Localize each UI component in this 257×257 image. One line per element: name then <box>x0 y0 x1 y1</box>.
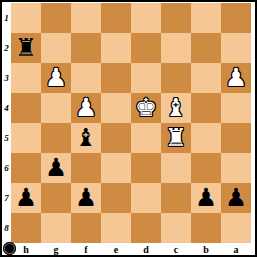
square-a4[interactable] <box>221 93 251 123</box>
square-e1[interactable] <box>101 3 131 33</box>
rank-label-3: 3 <box>2 63 11 93</box>
file-label-d: d <box>131 243 161 255</box>
white-bishop-c4[interactable]: ♝ <box>165 93 187 123</box>
square-f4[interactable]: ♟ <box>71 93 101 123</box>
square-d2[interactable] <box>131 33 161 63</box>
square-h1[interactable] <box>11 3 41 33</box>
square-g5[interactable] <box>41 123 71 153</box>
square-b7[interactable]: ♟ <box>191 183 221 213</box>
square-h4[interactable] <box>11 93 41 123</box>
square-a3[interactable]: ♟ <box>221 63 251 93</box>
file-label-e: e <box>101 243 131 255</box>
chess-board[interactable]: ♜♟♟♟♚♝♝♜♟♟♟♟♟ <box>11 3 251 243</box>
square-f7[interactable]: ♟ <box>71 183 101 213</box>
square-g2[interactable] <box>41 33 71 63</box>
rank-label-5: 5 <box>2 123 11 153</box>
square-h2[interactable]: ♜ <box>11 33 41 63</box>
square-c5[interactable]: ♜ <box>161 123 191 153</box>
square-e4[interactable] <box>101 93 131 123</box>
square-b5[interactable] <box>191 123 221 153</box>
square-a5[interactable] <box>221 123 251 153</box>
square-d7[interactable] <box>131 183 161 213</box>
chess-board-panel: 12345678 ♜♟♟♟♚♝♝♜♟♟♟♟♟ hgfedcba <box>0 0 257 257</box>
square-c6[interactable] <box>161 153 191 183</box>
square-g4[interactable] <box>41 93 71 123</box>
rank-label-1: 1 <box>2 3 11 33</box>
square-f6[interactable] <box>71 153 101 183</box>
white-rook-c5[interactable]: ♜ <box>165 123 187 153</box>
rank-label-7: 7 <box>2 183 11 213</box>
file-labels: hgfedcba <box>11 243 251 255</box>
square-a6[interactable] <box>221 153 251 183</box>
white-pawn-f4[interactable]: ♟ <box>75 93 97 123</box>
file-label-c: c <box>161 243 191 255</box>
square-b4[interactable] <box>191 93 221 123</box>
square-g7[interactable] <box>41 183 71 213</box>
file-label-b: b <box>191 243 221 255</box>
square-d8[interactable] <box>131 213 161 243</box>
rank-label-4: 4 <box>2 93 11 123</box>
square-b3[interactable] <box>191 63 221 93</box>
black-pawn-g6[interactable]: ♟ <box>45 153 67 183</box>
square-c4[interactable]: ♝ <box>161 93 191 123</box>
white-pawn-g3[interactable]: ♟ <box>45 63 67 93</box>
square-d4[interactable]: ♚ <box>131 93 161 123</box>
square-g1[interactable] <box>41 3 71 33</box>
square-e8[interactable] <box>101 213 131 243</box>
square-e3[interactable] <box>101 63 131 93</box>
square-a7[interactable]: ♟ <box>221 183 251 213</box>
black-pawn-h7[interactable]: ♟ <box>15 183 37 213</box>
square-a8[interactable] <box>221 213 251 243</box>
square-b6[interactable] <box>191 153 221 183</box>
square-c1[interactable] <box>161 3 191 33</box>
square-f1[interactable] <box>71 3 101 33</box>
white-king-d4[interactable]: ♚ <box>135 93 157 123</box>
file-label-a: a <box>221 243 251 255</box>
square-d1[interactable] <box>131 3 161 33</box>
square-h6[interactable] <box>11 153 41 183</box>
square-g6[interactable]: ♟ <box>41 153 71 183</box>
square-f2[interactable] <box>71 33 101 63</box>
square-c7[interactable] <box>161 183 191 213</box>
square-b2[interactable] <box>191 33 221 63</box>
square-h5[interactable] <box>11 123 41 153</box>
square-d5[interactable] <box>131 123 161 153</box>
square-b1[interactable] <box>191 3 221 33</box>
black-pawn-b7[interactable]: ♟ <box>195 183 217 213</box>
square-a1[interactable] <box>221 3 251 33</box>
square-e5[interactable] <box>101 123 131 153</box>
square-c2[interactable] <box>161 33 191 63</box>
black-rook-h2[interactable]: ♜ <box>15 33 37 63</box>
square-c3[interactable] <box>161 63 191 93</box>
black-pawn-f7[interactable]: ♟ <box>75 183 97 213</box>
square-d6[interactable] <box>131 153 161 183</box>
square-h8[interactable] <box>11 213 41 243</box>
square-e7[interactable] <box>101 183 131 213</box>
black-bishop-f5[interactable]: ♝ <box>75 123 97 153</box>
file-label-g: g <box>41 243 71 255</box>
square-g3[interactable]: ♟ <box>41 63 71 93</box>
rank-label-2: 2 <box>2 33 11 63</box>
square-b8[interactable] <box>191 213 221 243</box>
square-d3[interactable] <box>131 63 161 93</box>
square-h7[interactable]: ♟ <box>11 183 41 213</box>
rank-label-8: 8 <box>2 213 11 243</box>
white-pawn-a3[interactable]: ♟ <box>225 63 247 93</box>
rank-labels: 12345678 <box>2 3 11 243</box>
square-e6[interactable] <box>101 153 131 183</box>
rank-label-6: 6 <box>2 153 11 183</box>
square-f3[interactable] <box>71 63 101 93</box>
square-g8[interactable] <box>41 213 71 243</box>
square-e2[interactable] <box>101 33 131 63</box>
black-pawn-a7[interactable]: ♟ <box>225 183 247 213</box>
square-a2[interactable] <box>221 33 251 63</box>
square-c8[interactable] <box>161 213 191 243</box>
square-f5[interactable]: ♝ <box>71 123 101 153</box>
square-f8[interactable] <box>71 213 101 243</box>
file-label-f: f <box>71 243 101 255</box>
square-h3[interactable] <box>11 63 41 93</box>
side-to-move-indicator <box>3 242 16 255</box>
